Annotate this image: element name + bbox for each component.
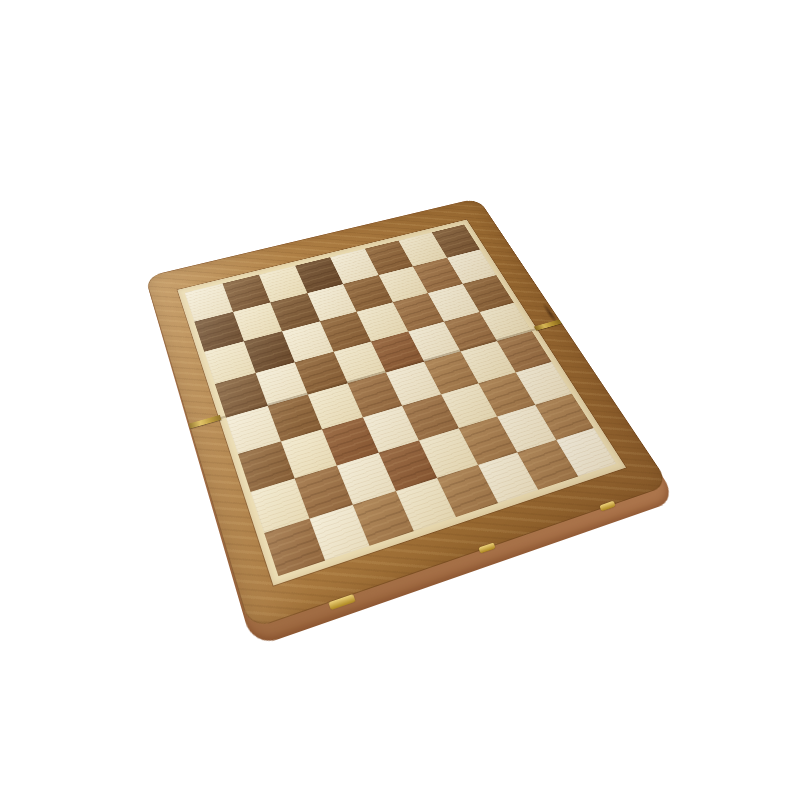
stage (0, 0, 800, 800)
board-grid (185, 225, 617, 577)
fold-hinge-left (189, 415, 222, 429)
chess-board (145, 198, 670, 630)
fold-hinge-right (534, 319, 562, 330)
